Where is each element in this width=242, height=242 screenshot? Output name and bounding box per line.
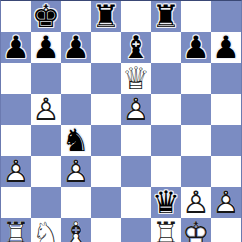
square-g5[interactable] (181, 94, 211, 125)
square-f8[interactable]: ♜ (151, 1, 181, 32)
square-h4[interactable] (211, 125, 241, 156)
square-f5[interactable] (151, 94, 181, 125)
black-knight-c4[interactable]: ♞ (62, 125, 90, 156)
square-b7[interactable]: ♟ (31, 32, 61, 63)
square-h5[interactable] (211, 94, 241, 125)
square-e6[interactable]: ♕ (121, 63, 151, 94)
square-g3[interactable] (181, 156, 211, 187)
square-c4[interactable]: ♞ (61, 125, 91, 156)
square-a7[interactable]: ♟ (1, 32, 31, 63)
square-d8[interactable]: ♜ (91, 1, 121, 32)
square-a5[interactable] (1, 94, 31, 125)
square-e8[interactable] (121, 1, 151, 32)
square-d2[interactable] (91, 187, 121, 218)
square-a8[interactable] (1, 1, 31, 32)
white-king-g1[interactable]: ♔ (182, 218, 210, 242)
square-b4[interactable] (31, 125, 61, 156)
square-e7[interactable]: ♝ (121, 32, 151, 63)
square-g6[interactable] (181, 63, 211, 94)
square-g4[interactable] (181, 125, 211, 156)
square-h8[interactable] (211, 1, 241, 32)
white-pawn-a3[interactable]: ♙ (2, 156, 30, 187)
square-a2[interactable] (1, 187, 31, 218)
square-f3[interactable] (151, 156, 181, 187)
square-d1[interactable] (91, 218, 121, 242)
square-d3[interactable] (91, 156, 121, 187)
square-h6[interactable] (211, 63, 241, 94)
square-e4[interactable] (121, 125, 151, 156)
black-pawn-g7[interactable]: ♟ (182, 32, 210, 63)
square-b1[interactable]: ♘ (31, 218, 61, 242)
square-c2[interactable] (61, 187, 91, 218)
square-c6[interactable] (61, 63, 91, 94)
square-c8[interactable] (61, 1, 91, 32)
black-pawn-b7[interactable]: ♟ (32, 32, 60, 63)
white-queen-e6[interactable]: ♕ (122, 63, 150, 94)
square-g2[interactable]: ♙ (181, 187, 211, 218)
square-f7[interactable] (151, 32, 181, 63)
white-pawn-c3[interactable]: ♙ (62, 156, 90, 187)
black-rook-f8[interactable]: ♜ (152, 1, 180, 32)
square-b3[interactable] (31, 156, 61, 187)
square-g1[interactable]: ♔ (181, 218, 211, 242)
white-knight-b1[interactable]: ♘ (32, 218, 60, 242)
square-f1[interactable]: ♖ (151, 218, 181, 242)
black-bishop-e7[interactable]: ♝ (122, 32, 150, 63)
white-bishop-c1[interactable]: ♗ (62, 218, 90, 242)
black-pawn-c7[interactable]: ♟ (62, 32, 90, 63)
square-e5[interactable]: ♙ (121, 94, 151, 125)
square-d5[interactable] (91, 94, 121, 125)
square-g8[interactable] (181, 1, 211, 32)
white-rook-a1[interactable]: ♖ (2, 218, 30, 242)
square-h3[interactable] (211, 156, 241, 187)
black-king-b8[interactable]: ♚ (32, 1, 60, 32)
square-a3[interactable]: ♙ (1, 156, 31, 187)
square-d6[interactable] (91, 63, 121, 94)
black-pawn-h7[interactable]: ♟ (212, 32, 240, 63)
square-e3[interactable] (121, 156, 151, 187)
square-b2[interactable] (31, 187, 61, 218)
square-e1[interactable] (121, 218, 151, 242)
white-pawn-h2[interactable]: ♙ (212, 187, 240, 218)
square-h2[interactable]: ♙ (211, 187, 241, 218)
square-a1[interactable]: ♖ (1, 218, 31, 242)
square-h1[interactable] (211, 218, 241, 242)
square-c3[interactable]: ♙ (61, 156, 91, 187)
white-pawn-g2[interactable]: ♙ (182, 187, 210, 218)
white-rook-f1[interactable]: ♖ (152, 218, 180, 242)
chess-board: ♚♜♜♟♟♟♝♟♟♕♙♙♞♙♙♛♙♙♖♘♗♖♔ (0, 0, 242, 242)
square-c5[interactable] (61, 94, 91, 125)
square-d4[interactable] (91, 125, 121, 156)
square-e2[interactable] (121, 187, 151, 218)
square-b6[interactable] (31, 63, 61, 94)
square-f6[interactable] (151, 63, 181, 94)
square-d7[interactable] (91, 32, 121, 63)
black-queen-f2[interactable]: ♛ (152, 187, 180, 218)
square-a4[interactable] (1, 125, 31, 156)
square-c7[interactable]: ♟ (61, 32, 91, 63)
square-f2[interactable]: ♛ (151, 187, 181, 218)
square-b5[interactable]: ♙ (31, 94, 61, 125)
square-c1[interactable]: ♗ (61, 218, 91, 242)
square-b8[interactable]: ♚ (31, 1, 61, 32)
black-rook-d8[interactable]: ♜ (92, 1, 120, 32)
white-pawn-b5[interactable]: ♙ (32, 94, 60, 125)
square-g7[interactable]: ♟ (181, 32, 211, 63)
square-f4[interactable] (151, 125, 181, 156)
square-a6[interactable] (1, 63, 31, 94)
white-pawn-e5[interactable]: ♙ (122, 94, 150, 125)
square-h7[interactable]: ♟ (211, 32, 241, 63)
black-pawn-a7[interactable]: ♟ (2, 32, 30, 63)
